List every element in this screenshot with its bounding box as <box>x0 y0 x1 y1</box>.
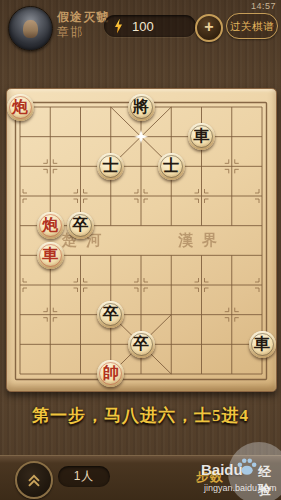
add-energy-button[interactable]: + <box>195 14 223 42</box>
double-chevron-up-icon <box>24 470 44 490</box>
move-highlight-sparkle <box>134 129 149 144</box>
piece-black-卒[interactable]: 卒 <box>97 301 124 328</box>
energy-pill: 100 <box>104 15 196 37</box>
stage-subname: 章邯 <box>57 25 109 40</box>
piece-red-炮[interactable]: 炮 <box>37 212 64 239</box>
piece-red-車[interactable]: 車 <box>37 242 64 269</box>
xiangqi-app: 14:57 假途灭虢 章邯 100 + 过关棋谱 楚河 漢界 炮將車士士炮卒車卒… <box>0 0 281 500</box>
stage-info: 假途灭虢 章邯 <box>57 10 109 40</box>
avatar[interactable] <box>8 6 53 51</box>
board-grid: 炮將車士士炮卒車卒卒車帥 <box>5 92 277 389</box>
energy-value: 100 <box>132 19 154 34</box>
collapse-button[interactable] <box>15 461 53 499</box>
piece-black-車[interactable]: 車 <box>188 123 215 150</box>
watermark-suffix: 经验 <box>258 463 281 499</box>
piece-black-卒[interactable]: 卒 <box>128 331 155 358</box>
stage-name: 假途灭虢 <box>57 10 109 25</box>
baidu-paw-icon <box>236 456 258 478</box>
piece-black-士[interactable]: 士 <box>158 153 185 180</box>
piece-red-帥[interactable]: 帥 <box>97 360 124 387</box>
lightning-icon <box>113 19 124 34</box>
watermark-url: jingyan.baidu.com <box>204 483 277 493</box>
move-hint-text: 第一步，马八进六，士5进4 <box>0 404 281 427</box>
piece-black-車[interactable]: 車 <box>249 331 276 358</box>
piece-black-卒[interactable]: 卒 <box>67 212 94 239</box>
players-count: 1人 <box>58 466 110 487</box>
stage-manual-button[interactable]: 过关棋谱 <box>226 13 278 39</box>
piece-red-炮[interactable]: 炮 <box>7 94 34 121</box>
clock-time: 14:57 <box>251 1 276 11</box>
piece-black-將[interactable]: 將 <box>128 94 155 121</box>
piece-black-士[interactable]: 士 <box>97 153 124 180</box>
